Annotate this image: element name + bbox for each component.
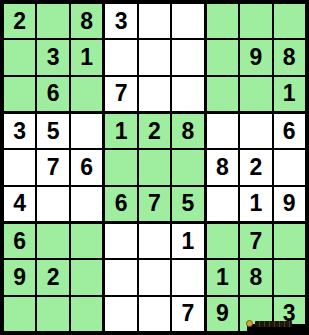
block-2: 981 [207,4,305,111]
block-1: 37 [105,4,203,111]
cell-r8c1[interactable]: 9 [4,260,35,294]
cell-r4c6[interactable]: 8 [172,114,203,148]
cell-r6c5[interactable]: 7 [139,187,170,221]
cell-r3c8[interactable] [240,77,271,111]
cell-r4c3[interactable] [71,114,102,148]
cell-r3c3[interactable] [71,77,102,111]
cell-r8c5[interactable] [139,260,170,294]
cell-r9c5[interactable] [139,297,170,331]
cell-r5c1[interactable] [4,150,35,184]
block-6: 692 [4,224,102,331]
watermark-text [255,321,292,327]
watermark-icon [246,320,253,327]
cell-r4c9[interactable]: 6 [274,114,305,148]
cell-r6c4[interactable]: 6 [105,187,136,221]
cell-r2c2[interactable]: 3 [37,40,68,74]
cell-r5c5[interactable] [139,150,170,184]
cell-r1c3[interactable]: 8 [71,4,102,38]
cell-r6c1[interactable]: 4 [4,187,35,221]
cell-r6c8[interactable]: 1 [240,187,271,221]
cell-r4c8[interactable] [240,114,271,148]
cell-r1c7[interactable] [207,4,238,38]
cell-r4c7[interactable] [207,114,238,148]
cell-r3c2[interactable]: 6 [37,77,68,111]
cell-r7c7[interactable] [207,224,238,258]
sudoku-board: 283163798135764128675682196921771893 [0,0,309,335]
cell-r9c3[interactable] [71,297,102,331]
cell-r2c5[interactable] [139,40,170,74]
cell-r4c1[interactable]: 3 [4,114,35,148]
cell-r1c4[interactable]: 3 [105,4,136,38]
cell-r8c9[interactable] [274,260,305,294]
cell-r1c2[interactable] [37,4,68,38]
cell-r7c2[interactable] [37,224,68,258]
block-3: 35764 [4,114,102,221]
cell-r9c1[interactable] [4,297,35,331]
cell-r9c2[interactable] [37,297,68,331]
cell-r8c4[interactable] [105,260,136,294]
cell-r6c6[interactable]: 5 [172,187,203,221]
cell-r5c7[interactable]: 8 [207,150,238,184]
cell-r2c1[interactable] [4,40,35,74]
cell-r3c5[interactable] [139,77,170,111]
cell-r1c5[interactable] [139,4,170,38]
cell-r7c5[interactable] [139,224,170,258]
cell-r2c7[interactable] [207,40,238,74]
cell-r8c7[interactable]: 1 [207,260,238,294]
block-7: 17 [105,224,203,331]
cell-r4c4[interactable]: 1 [105,114,136,148]
cell-r8c2[interactable]: 2 [37,260,68,294]
cell-r4c5[interactable]: 2 [139,114,170,148]
block-8: 71893 [207,224,305,331]
block-4: 128675 [105,114,203,221]
cell-r9c4[interactable] [105,297,136,331]
cell-r6c3[interactable] [71,187,102,221]
cell-r3c4[interactable]: 7 [105,77,136,111]
cell-r5c3[interactable]: 6 [71,150,102,184]
cell-r8c3[interactable] [71,260,102,294]
cell-r7c8[interactable]: 7 [240,224,271,258]
cell-r9c6[interactable]: 7 [172,297,203,331]
cell-r2c9[interactable]: 8 [274,40,305,74]
cell-r2c6[interactable] [172,40,203,74]
cell-r7c9[interactable] [274,224,305,258]
cell-r2c3[interactable]: 1 [71,40,102,74]
cell-r9c7[interactable]: 9 [207,297,238,331]
cell-r2c4[interactable] [105,40,136,74]
cell-r1c9[interactable] [274,4,305,38]
cell-r1c8[interactable] [240,4,271,38]
cell-r5c6[interactable] [172,150,203,184]
cell-r1c1[interactable]: 2 [4,4,35,38]
cell-r5c2[interactable]: 7 [37,150,68,184]
cell-r2c8[interactable]: 9 [240,40,271,74]
watermark [246,319,292,328]
cell-r5c8[interactable]: 2 [240,150,271,184]
block-0: 28316 [4,4,102,111]
cell-r7c3[interactable] [71,224,102,258]
cell-r3c1[interactable] [4,77,35,111]
cell-r3c6[interactable] [172,77,203,111]
cell-r3c7[interactable] [207,77,238,111]
cell-r8c8[interactable]: 8 [240,260,271,294]
cell-r7c6[interactable]: 1 [172,224,203,258]
cell-r6c2[interactable] [37,187,68,221]
cell-r6c9[interactable]: 9 [274,187,305,221]
cell-r5c4[interactable] [105,150,136,184]
block-5: 68219 [207,114,305,221]
cell-r8c6[interactable] [172,260,203,294]
cell-r7c1[interactable]: 6 [4,224,35,258]
cell-r1c6[interactable] [172,4,203,38]
cell-r3c9[interactable]: 1 [274,77,305,111]
cell-r5c9[interactable] [274,150,305,184]
cell-r6c7[interactable] [207,187,238,221]
cell-r7c4[interactable] [105,224,136,258]
cell-r4c2[interactable]: 5 [37,114,68,148]
